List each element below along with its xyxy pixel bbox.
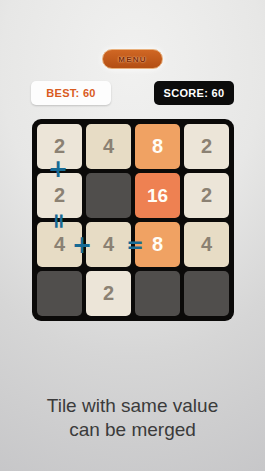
tile-value: 2 (201, 184, 212, 207)
tile-r1c1: 2 (37, 124, 82, 169)
tutorial-caption: Tile with same value can be merged (0, 394, 265, 442)
tile-r3c3: 8 (135, 222, 180, 267)
game-screen: MENU BEST: 60 SCORE: 60 2 4 8 2 2 16 2 4… (0, 0, 265, 471)
tile-value: 16 (147, 185, 168, 207)
tile-r4c3 (135, 271, 180, 316)
tile-r1c3: 8 (135, 124, 180, 169)
tile-grid: 2 4 8 2 2 16 2 4 4 8 4 2 (37, 124, 229, 316)
tile-value: 2 (103, 282, 114, 305)
tile-r2c3: 16 (135, 173, 180, 218)
tile-value: 4 (103, 233, 114, 256)
tile-r2c1: 2 (37, 173, 82, 218)
tile-value: 2 (201, 135, 212, 158)
tile-r3c1: 4 (37, 222, 82, 267)
tile-value: 4 (201, 233, 212, 256)
tile-r2c4: 2 (184, 173, 229, 218)
tile-r4c4 (184, 271, 229, 316)
tile-value: 8 (152, 233, 163, 256)
caption-line-1: Tile with same value (0, 394, 265, 418)
tile-r4c2: 2 (86, 271, 131, 316)
tile-value: 8 (152, 135, 163, 158)
tile-value: 2 (54, 135, 65, 158)
tile-r4c1 (37, 271, 82, 316)
tile-r2c2 (86, 173, 131, 218)
tile-r3c4: 4 (184, 222, 229, 267)
score-badge: SCORE: 60 (154, 81, 234, 105)
best-score-badge: BEST: 60 (31, 81, 111, 105)
caption-line-2: can be merged (0, 418, 265, 442)
tile-value: 4 (54, 233, 65, 256)
game-board[interactable]: 2 4 8 2 2 16 2 4 4 8 4 2 + = + = (32, 119, 234, 321)
menu-button[interactable]: MENU (102, 49, 163, 69)
tile-value: 4 (103, 135, 114, 158)
tile-value: 2 (54, 184, 65, 207)
tile-r1c4: 2 (184, 124, 229, 169)
tile-r1c2: 4 (86, 124, 131, 169)
tile-r3c2: 4 (86, 222, 131, 267)
